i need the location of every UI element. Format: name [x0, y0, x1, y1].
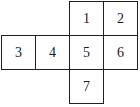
- grid-cell-7: 7: [69, 69, 104, 104]
- grid-cell-5: 5: [69, 35, 104, 70]
- cube-net-board: 1234567: [0, 0, 140, 107]
- puzzle-diagram: 1234567: [0, 0, 140, 107]
- grid-cell-1: 1: [69, 1, 104, 36]
- grid-cell-3: 3: [1, 35, 36, 70]
- grid-cell-6: 6: [103, 35, 138, 70]
- grid-cell-2: 2: [103, 1, 138, 36]
- grid-cell-4: 4: [35, 35, 70, 70]
